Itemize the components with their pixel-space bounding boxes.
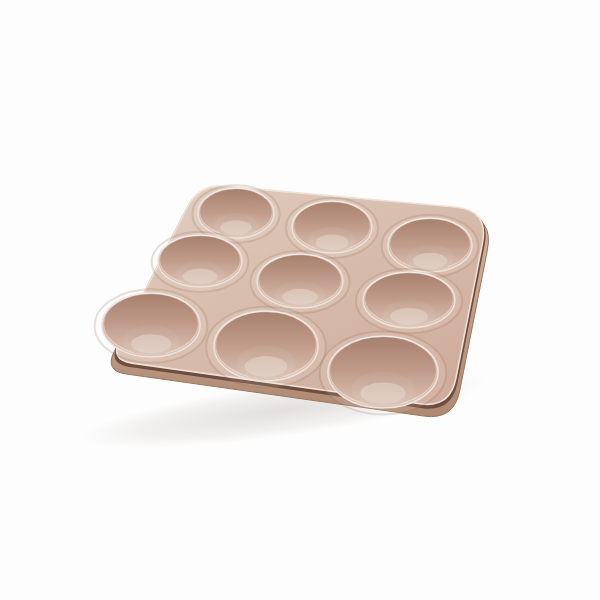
cup-floor-highlight [131,334,171,353]
muffin-cup-5 [251,251,350,313]
muffin-cup-2 [286,198,378,258]
cup-floor-highlight [183,269,217,284]
muffin-cup-4 [152,232,249,292]
muffin-cup-8 [206,307,326,388]
muffin-pan-illustration [0,0,600,600]
muffin-cup-6 [356,269,462,333]
cup-floor-highlight [245,356,288,377]
product-photo [0,0,600,600]
cup-floor-highlight [413,253,447,269]
cup-floor-highlight [220,220,251,235]
muffin-cup-7 [95,289,208,363]
cup-floor-highlight [390,308,428,325]
cup-floor-highlight [316,235,349,250]
cup-floor-highlight [360,382,405,403]
muffin-cup-3 [382,215,479,277]
muffin-cup-9 [320,332,446,415]
cup-floor-highlight [282,289,317,305]
